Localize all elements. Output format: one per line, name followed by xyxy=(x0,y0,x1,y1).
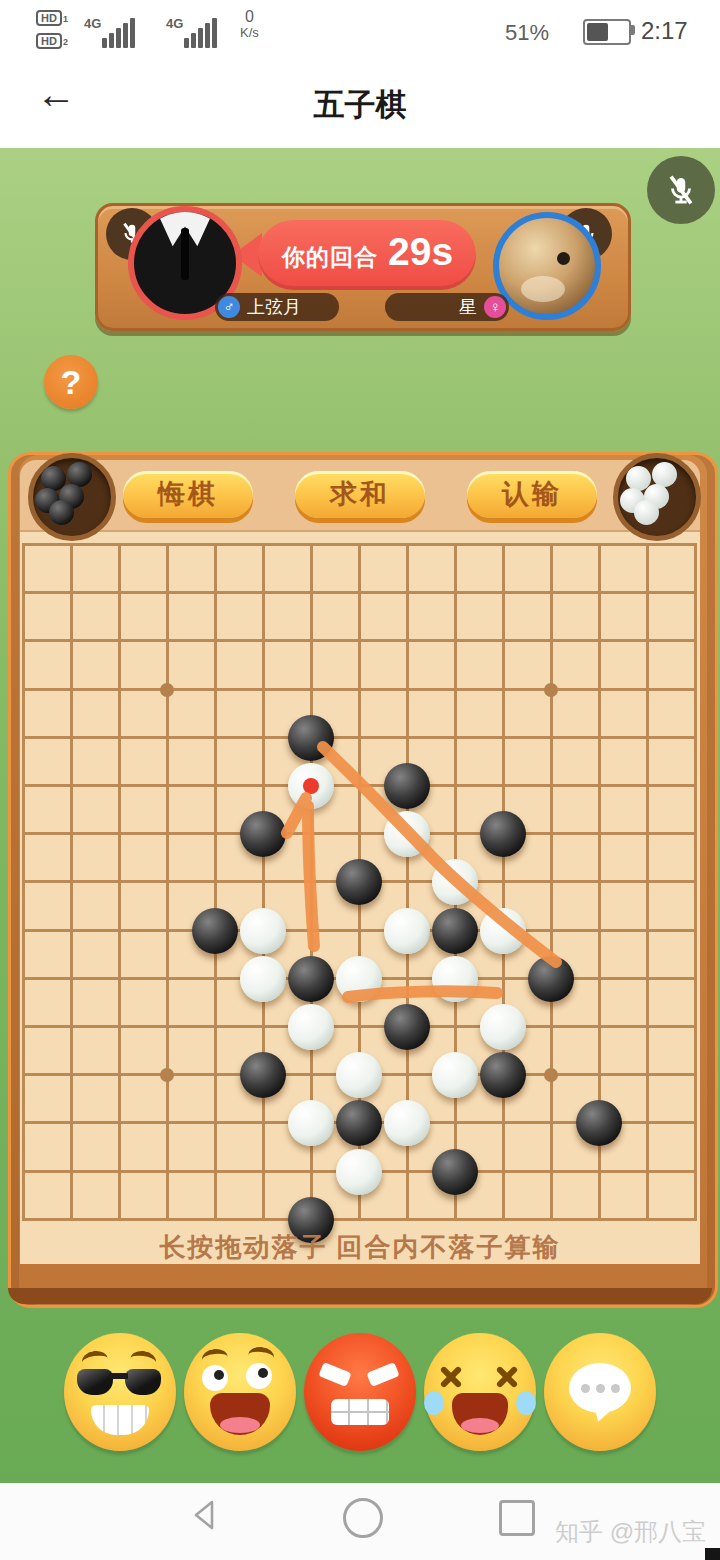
clock-time: 2:17 xyxy=(641,17,688,45)
battery-percent: 51% xyxy=(505,20,549,46)
nav-back-icon[interactable] xyxy=(188,1497,224,1533)
page-title: 五子棋 xyxy=(0,84,720,126)
white-stone[interactable] xyxy=(288,1004,334,1050)
game-area: 你的回合 29s ♂ 上弦月 星 ♀ ? xyxy=(0,148,720,1483)
last-move-marker xyxy=(303,778,319,794)
status-bar: HD1 HD2 4G 4G 0 K/s 51% 2:17 xyxy=(0,0,720,60)
white-stone[interactable] xyxy=(336,1149,382,1195)
white-stone[interactable] xyxy=(432,859,478,905)
emoji-cool-button[interactable] xyxy=(64,1333,176,1451)
black-stone[interactable] xyxy=(192,908,238,954)
android-nav-bar: 知乎 @邢八宝 xyxy=(0,1483,720,1560)
emoji-excited-button[interactable] xyxy=(184,1333,296,1451)
nav-home-icon[interactable] xyxy=(343,1498,383,1538)
turn-timer: 29s xyxy=(388,230,453,274)
network-speed: 0 K/s xyxy=(240,8,259,40)
right-player-name-pill: 星 ♀ xyxy=(385,293,509,321)
white-stone[interactable] xyxy=(432,1052,478,1098)
black-stone[interactable] xyxy=(288,956,334,1002)
right-player-avatar[interactable] xyxy=(493,212,601,320)
signal-bars-2-icon xyxy=(184,18,219,50)
network-type-1: 4G xyxy=(84,16,101,31)
black-stone[interactable] xyxy=(480,1052,526,1098)
offer-draw-button[interactable]: 求和 xyxy=(295,471,425,518)
right-player-name: 星 xyxy=(459,297,477,317)
black-stone[interactable] xyxy=(432,908,478,954)
board-hint-text: 长按拖动落子 回合内不落子算输 xyxy=(20,1230,700,1265)
network-type-2: 4G xyxy=(166,16,183,31)
stones-layer xyxy=(0,521,719,1245)
black-stone[interactable] xyxy=(336,859,382,905)
match-banner: 你的回合 29s ♂ 上弦月 星 ♀ xyxy=(95,203,631,331)
battery-tip-icon xyxy=(631,25,635,35)
black-stone[interactable] xyxy=(240,811,286,857)
mute-voice-button[interactable] xyxy=(647,156,715,224)
left-player-name: 上弦月 xyxy=(247,297,301,317)
white-stone[interactable] xyxy=(240,908,286,954)
left-player-name-pill: ♂ 上弦月 xyxy=(215,293,339,321)
tear-drop-right xyxy=(516,1391,536,1415)
black-stone[interactable] xyxy=(336,1100,382,1146)
speech-bubble-icon xyxy=(569,1363,631,1413)
black-stone[interactable] xyxy=(528,956,574,1002)
female-symbol-badge: ♀ xyxy=(484,296,506,318)
resign-button[interactable]: 认输 xyxy=(467,471,597,518)
black-stone[interactable] xyxy=(576,1100,622,1146)
tear-drop-left xyxy=(424,1391,444,1415)
undo-button[interactable]: 悔棋 xyxy=(123,471,253,518)
turn-label: 你的回合 xyxy=(282,242,378,273)
white-stone[interactable] xyxy=(288,1100,334,1146)
board-frame-bottom xyxy=(8,1288,712,1304)
cat-eye xyxy=(557,252,570,265)
signal-bars-1-icon xyxy=(102,18,137,50)
muted-mic-icon xyxy=(664,173,698,207)
black-stone[interactable] xyxy=(384,763,430,809)
white-stone[interactable] xyxy=(336,956,382,1002)
chat-bubble-button[interactable] xyxy=(544,1333,656,1451)
corner-artifact xyxy=(705,1548,720,1560)
watermark: 知乎 @邢八宝 xyxy=(555,1516,706,1548)
white-stone[interactable] xyxy=(384,1100,430,1146)
male-symbol-badge: ♂ xyxy=(218,296,240,318)
hd-sim1-icon: HD1 xyxy=(36,8,68,26)
white-stone[interactable] xyxy=(432,956,478,1002)
cat-muzzle xyxy=(521,276,565,302)
black-stone[interactable] xyxy=(432,1149,478,1195)
title-bar: ← 五子棋 xyxy=(0,60,720,148)
emoji-angry-button[interactable] xyxy=(304,1333,416,1451)
help-button[interactable]: ? xyxy=(44,355,98,409)
white-stone[interactable] xyxy=(336,1052,382,1098)
nav-recents-icon[interactable] xyxy=(499,1500,535,1536)
black-stone[interactable] xyxy=(480,811,526,857)
black-stone[interactable] xyxy=(240,1052,286,1098)
white-stone[interactable] xyxy=(480,1004,526,1050)
black-stone[interactable] xyxy=(384,1004,430,1050)
white-stone[interactable] xyxy=(240,956,286,1002)
battery-icon xyxy=(583,19,631,45)
emoji-laugh-cry-button[interactable] xyxy=(424,1333,536,1451)
white-stone[interactable] xyxy=(384,811,430,857)
black-stone[interactable] xyxy=(288,715,334,761)
grin-mouth xyxy=(91,1405,149,1435)
screen: HD1 HD2 4G 4G 0 K/s 51% 2:17 ← 五子棋 xyxy=(0,0,720,1560)
gritted-teeth xyxy=(331,1399,389,1425)
white-stone[interactable] xyxy=(480,908,526,954)
white-stone[interactable] xyxy=(384,908,430,954)
white-stone[interactable] xyxy=(288,763,334,809)
hd-sim2-icon: HD2 xyxy=(36,31,68,49)
tuxedo-tie xyxy=(181,228,189,280)
